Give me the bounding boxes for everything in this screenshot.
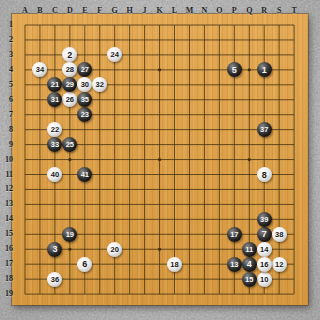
- stone-white-12: 12: [272, 257, 287, 272]
- stone-white-18: 18: [167, 257, 182, 272]
- stone-black-4: 4: [242, 257, 257, 272]
- col-label-R: R: [257, 6, 271, 16]
- row-label-6: 6: [0, 95, 13, 105]
- move-number: 12: [275, 259, 283, 268]
- stone-black-39: 39: [257, 212, 272, 227]
- col-label-C: C: [48, 6, 62, 16]
- row-label-10: 10: [0, 155, 13, 165]
- stone-white-20: 20: [107, 242, 122, 257]
- move-number: 40: [51, 170, 59, 179]
- move-number: 22: [51, 125, 59, 134]
- move-number: 36: [51, 274, 59, 283]
- row-label-15: 15: [0, 229, 13, 239]
- move-number: 1: [262, 64, 267, 74]
- move-number: 25: [66, 140, 74, 149]
- move-number: 7: [262, 229, 267, 239]
- move-number: 8: [262, 169, 267, 179]
- move-number: 27: [81, 65, 89, 74]
- col-label-J: J: [138, 6, 152, 16]
- col-label-N: N: [197, 6, 211, 16]
- move-number: 41: [81, 170, 89, 179]
- row-label-7: 7: [0, 110, 13, 120]
- move-number: 29: [66, 80, 74, 89]
- move-number: 11: [245, 244, 253, 253]
- row-label-2: 2: [0, 35, 13, 45]
- move-number: 35: [81, 95, 89, 104]
- col-label-S: S: [272, 6, 286, 16]
- move-number: 15: [245, 274, 253, 283]
- row-label-19: 19: [0, 289, 13, 299]
- stone-black-1: 1: [257, 62, 272, 77]
- move-number: 32: [96, 80, 104, 89]
- stone-white-8: 8: [257, 167, 272, 182]
- row-label-12: 12: [0, 184, 13, 194]
- col-label-M: M: [182, 6, 196, 16]
- stone-black-17: 17: [227, 227, 242, 242]
- row-label-18: 18: [0, 274, 13, 284]
- col-label-K: K: [153, 6, 167, 16]
- move-number: 6: [82, 259, 87, 269]
- col-label-H: H: [123, 6, 137, 16]
- row-label-4: 4: [0, 65, 13, 75]
- move-number: 5: [232, 64, 237, 74]
- row-label-8: 8: [0, 125, 13, 135]
- stone-white-38: 38: [272, 227, 287, 242]
- col-label-O: O: [212, 6, 226, 16]
- col-label-B: B: [33, 6, 47, 16]
- col-label-G: G: [108, 6, 122, 16]
- row-label-5: 5: [0, 80, 13, 90]
- row-label-16: 16: [0, 244, 13, 254]
- move-number: 3: [52, 244, 57, 254]
- move-number: 17: [230, 229, 238, 238]
- move-number: 31: [51, 95, 59, 104]
- col-label-Q: Q: [242, 6, 256, 16]
- stone-black-7: 7: [257, 227, 272, 242]
- stone-black-11: 11: [242, 242, 257, 257]
- row-label-13: 13: [0, 199, 13, 209]
- stone-black-13: 13: [227, 257, 242, 272]
- col-label-E: E: [78, 6, 92, 16]
- stone-black-15: 15: [242, 272, 257, 287]
- move-number: 39: [260, 214, 268, 223]
- move-number: 2: [67, 49, 72, 59]
- stone-white-10: 10: [257, 272, 272, 287]
- stone-white-36: 36: [47, 272, 62, 287]
- move-number: 34: [36, 65, 44, 74]
- col-label-D: D: [63, 6, 77, 16]
- move-number: 14: [260, 244, 268, 253]
- move-number: 30: [81, 80, 89, 89]
- stone-white-14: 14: [257, 242, 272, 257]
- move-number: 16: [260, 259, 268, 268]
- move-number: 20: [111, 244, 119, 253]
- move-number: 37: [260, 125, 268, 134]
- move-number: 23: [81, 110, 89, 119]
- col-label-L: L: [168, 6, 182, 16]
- move-number: 26: [66, 95, 74, 104]
- move-number: 28: [66, 65, 74, 74]
- row-label-11: 11: [0, 170, 13, 180]
- row-label-17: 17: [0, 259, 13, 269]
- row-label-1: 1: [0, 20, 13, 30]
- go-kifu-diagram: ABCDEFGHJKLMNOPQRST123456789101112131415…: [0, 0, 320, 320]
- move-number: 18: [170, 259, 178, 268]
- move-number: 38: [275, 229, 283, 238]
- col-label-T: T: [287, 6, 301, 16]
- move-number: 4: [247, 259, 252, 269]
- move-number: 24: [111, 50, 119, 59]
- row-label-3: 3: [0, 50, 13, 60]
- row-label-14: 14: [0, 214, 13, 224]
- row-label-9: 9: [0, 140, 13, 150]
- col-label-P: P: [227, 6, 241, 16]
- move-number: 19: [66, 229, 74, 238]
- stone-white-16: 16: [257, 257, 272, 272]
- col-label-F: F: [93, 6, 107, 16]
- move-number: 13: [230, 259, 238, 268]
- move-number: 10: [260, 274, 268, 283]
- move-number: 33: [51, 140, 59, 149]
- move-number: 21: [51, 80, 59, 89]
- col-label-A: A: [18, 6, 32, 16]
- stone-white-6: 6: [77, 257, 92, 272]
- stone-black-37: 37: [257, 122, 272, 137]
